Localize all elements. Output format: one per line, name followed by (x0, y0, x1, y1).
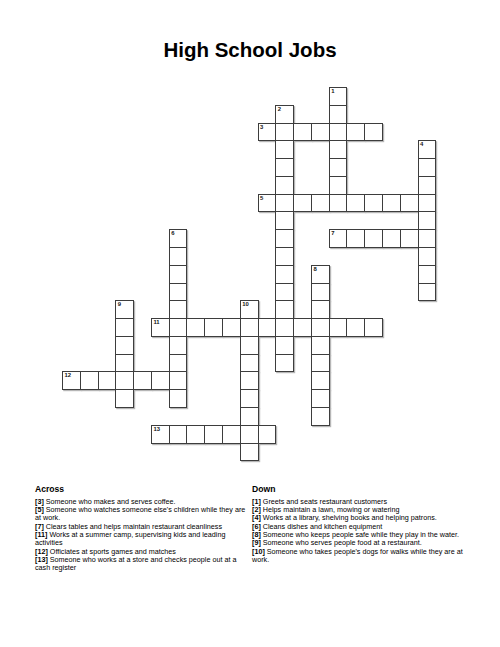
grid-cell-r10c14[interactable]: 8 (311, 265, 330, 284)
grid-cell-r8c15[interactable]: 7 (329, 229, 348, 248)
grid-cell-r15c14[interactable] (311, 354, 330, 373)
grid-cell-r3c15[interactable] (329, 140, 348, 159)
grid-cell-r2c16[interactable] (346, 123, 365, 142)
grid-cell-r8c17[interactable] (364, 229, 383, 248)
grid-cell-r14c12[interactable] (275, 336, 294, 355)
grid-cell-r10c6[interactable] (169, 265, 188, 284)
grid-cell-r6c12[interactable] (275, 194, 294, 213)
grid-cell-r13c8[interactable] (204, 318, 223, 337)
grid-cell-r17c14[interactable] (311, 389, 330, 408)
grid-cell-r9c12[interactable] (275, 247, 294, 266)
grid-cell-r6c14[interactable] (311, 194, 330, 213)
grid-cell-r5c20[interactable] (418, 176, 437, 195)
cell-number-label: 1 (331, 88, 334, 95)
grid-cell-r13c16[interactable] (346, 318, 365, 337)
clue-item-across-5: [5] Someone who watches someone else's c… (35, 506, 250, 523)
clue-number: [10] (252, 547, 265, 556)
grid-cell-r19c11[interactable] (258, 425, 277, 444)
clue-number: [13] (35, 555, 48, 564)
grid-cell-r16c10[interactable] (240, 371, 259, 390)
grid-cell-r7c12[interactable] (275, 211, 294, 230)
grid-cell-r2c15[interactable] (329, 123, 348, 142)
grid-cell-r5c12[interactable] (275, 176, 294, 195)
cell-number-label: 4 (420, 141, 423, 148)
grid-cell-r6c11[interactable]: 5 (258, 194, 277, 213)
grid-cell-r9c6[interactable] (169, 247, 188, 266)
grid-cell-r14c10[interactable] (240, 336, 259, 355)
grid-cell-r6c20[interactable] (418, 194, 437, 213)
grid-cell-r16c14[interactable] (311, 371, 330, 390)
grid-cell-r5c15[interactable] (329, 176, 348, 195)
grid-cell-r17c6[interactable] (169, 389, 188, 408)
grid-cell-r20c10[interactable] (240, 443, 259, 462)
down-clues: [1] Greets and seats restaurant customer… (252, 498, 472, 565)
cell-number-label: 13 (153, 426, 160, 433)
grid-cell-r13c7[interactable] (186, 318, 205, 337)
grid-cell-r13c13[interactable] (293, 318, 312, 337)
grid-cell-r4c20[interactable] (418, 158, 437, 177)
grid-cell-r6c18[interactable] (382, 194, 401, 213)
grid-cell-r17c3[interactable] (115, 389, 134, 408)
grid-cell-r11c6[interactable] (169, 283, 188, 302)
grid-cell-r19c5[interactable]: 13 (151, 425, 170, 444)
grid-cell-r4c12[interactable] (275, 158, 294, 177)
across-clues: [3] Someone who makes and serves coffee.… (35, 498, 250, 573)
grid-cell-r8c18[interactable] (382, 229, 401, 248)
across-section: Across [3] Someone who makes and serves … (35, 484, 250, 573)
cell-number-label: 10 (242, 301, 249, 308)
cell-number-label: 2 (278, 106, 281, 113)
grid-cell-r15c6[interactable] (169, 354, 188, 373)
grid-cell-r10c12[interactable] (275, 265, 294, 284)
grid-cell-r19c6[interactable] (169, 425, 188, 444)
grid-cell-r15c3[interactable] (115, 354, 134, 373)
grid-cell-r16c3[interactable] (115, 371, 134, 390)
grid-cell-r14c14[interactable] (311, 336, 330, 355)
grid-cell-r16c4[interactable] (133, 371, 152, 390)
clue-item-across-11: [11] Works at a summer camp, supervising… (35, 531, 250, 548)
grid-cell-r13c15[interactable] (329, 318, 348, 337)
grid-cell-r13c5[interactable]: 11 (151, 318, 170, 337)
grid-cell-r13c12[interactable] (275, 318, 294, 337)
across-heading: Across (35, 484, 250, 494)
grid-cell-r15c12[interactable] (275, 354, 294, 373)
grid-cell-r19c10[interactable] (240, 425, 259, 444)
grid-cell-r8c19[interactable] (400, 229, 419, 248)
grid-cell-r10c20[interactable] (418, 265, 437, 284)
down-section: Down [1] Greets and seats restaurant cus… (252, 484, 472, 564)
grid-cell-r13c10[interactable] (240, 318, 259, 337)
cell-number-label: 3 (260, 124, 263, 131)
grid-cell-r6c15[interactable] (329, 194, 348, 213)
grid-cell-r2c17[interactable] (364, 123, 383, 142)
grid-cell-r12c14[interactable] (311, 300, 330, 319)
grid-cell-r16c5[interactable] (151, 371, 170, 390)
cell-number-label: 5 (260, 195, 263, 202)
grid-cell-r0c15[interactable]: 1 (329, 87, 348, 106)
grid-cell-r4c15[interactable] (329, 158, 348, 177)
grid-cell-r6c13[interactable] (293, 194, 312, 213)
grid-cell-r6c16[interactable] (346, 194, 365, 213)
grid-cell-r8c16[interactable] (346, 229, 365, 248)
grid-cell-r12c3[interactable]: 9 (115, 300, 134, 319)
cell-number-label: 8 (313, 266, 316, 273)
cell-number-label: 9 (118, 301, 121, 308)
crossword-grid: 12345678910111213 (62, 87, 436, 461)
grid-cell-r8c12[interactable] (275, 229, 294, 248)
grid-cell-r8c6[interactable]: 6 (169, 229, 188, 248)
grid-cell-r19c7[interactable] (186, 425, 205, 444)
grid-cell-r12c6[interactable] (169, 300, 188, 319)
clue-number: [11] (35, 530, 47, 539)
grid-cell-r13c11[interactable] (258, 318, 277, 337)
grid-cell-r8c20[interactable] (418, 229, 437, 248)
grid-cell-r14c3[interactable] (115, 336, 134, 355)
cell-number-label: 6 (171, 230, 174, 237)
clue-item-across-13: [13] Someone who works at a store and ch… (35, 556, 250, 573)
grid-cell-r3c20[interactable]: 4 (418, 140, 437, 159)
grid-cell-r11c14[interactable] (311, 283, 330, 302)
grid-cell-r9c20[interactable] (418, 247, 437, 266)
grid-cell-r12c12[interactable] (275, 300, 294, 319)
down-heading: Down (252, 484, 472, 494)
grid-cell-r19c9[interactable] (222, 425, 241, 444)
grid-cell-r13c6[interactable] (169, 318, 188, 337)
clue-item-down-10: [10] Someone who takes people's dogs for… (252, 548, 472, 565)
grid-cell-r13c14[interactable] (311, 318, 330, 337)
grid-cell-r1c15[interactable] (329, 105, 348, 124)
cell-number-label: 7 (331, 230, 334, 237)
grid-cell-r16c2[interactable] (98, 371, 117, 390)
grid-cell-r2c12[interactable] (275, 123, 294, 142)
grid-cell-r1c12[interactable]: 2 (275, 105, 294, 124)
grid-cell-r14c6[interactable] (169, 336, 188, 355)
grid-cell-r13c17[interactable] (364, 318, 383, 337)
grid-cell-r19c8[interactable] (204, 425, 223, 444)
cell-number-label: 12 (65, 372, 72, 379)
grid-cell-r11c20[interactable] (418, 283, 437, 302)
grid-cell-r16c1[interactable] (80, 371, 99, 390)
grid-cell-r12c10[interactable]: 10 (240, 300, 259, 319)
grid-cell-r6c19[interactable] (400, 194, 419, 213)
grid-cell-r2c11[interactable]: 3 (258, 123, 277, 142)
cell-number-label: 11 (153, 319, 159, 326)
grid-cell-r18c14[interactable] (311, 407, 330, 426)
grid-cell-r2c14[interactable] (311, 123, 330, 142)
grid-cell-r2c13[interactable] (293, 123, 312, 142)
grid-cell-r16c6[interactable] (169, 371, 188, 390)
grid-cell-r13c3[interactable] (115, 318, 134, 337)
grid-cell-r17c10[interactable] (240, 389, 259, 408)
grid-cell-r7c20[interactable] (418, 211, 437, 230)
grid-cell-r16c0[interactable]: 12 (62, 371, 81, 390)
grid-cell-r6c17[interactable] (364, 194, 383, 213)
grid-cell-r15c10[interactable] (240, 354, 259, 373)
page-title: High School Jobs (0, 38, 500, 62)
grid-cell-r11c12[interactable] (275, 283, 294, 302)
grid-cell-r3c12[interactable] (275, 140, 294, 159)
grid-cell-r18c10[interactable] (240, 407, 259, 426)
clue-number: [5] (35, 505, 44, 514)
grid-cell-r13c9[interactable] (222, 318, 241, 337)
